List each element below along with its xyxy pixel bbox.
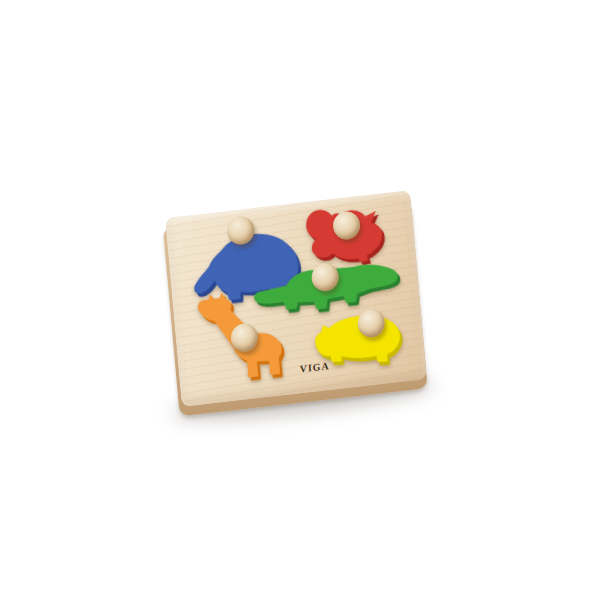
puzzle-piece-giraffe[interactable] xyxy=(194,286,286,391)
product-photo: VIGA xyxy=(0,0,600,600)
brand-logo: VIGA xyxy=(291,359,339,375)
board-face: VIGA xyxy=(165,190,427,407)
puzzle-board: VIGA xyxy=(165,190,427,407)
